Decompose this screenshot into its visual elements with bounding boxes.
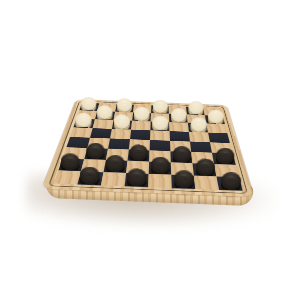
white-piece[interactable]: ⛀ (190, 117, 207, 132)
black-piece[interactable]: ⛂ (86, 142, 105, 159)
black-piece[interactable]: ⛂ (79, 166, 100, 184)
square-e5[interactable] (150, 130, 170, 140)
square-d1[interactable]: ⛂ (125, 173, 149, 187)
black-piece[interactable]: ⛂ (150, 156, 170, 174)
square-c2[interactable]: ⛂ (104, 160, 128, 173)
white-piece[interactable]: ⛀ (75, 113, 92, 128)
square-g1[interactable] (194, 176, 219, 190)
square-b1[interactable]: ⛂ (77, 171, 103, 185)
white-piece[interactable]: ⛀ (152, 99, 168, 113)
white-piece[interactable]: ⛀ (188, 101, 204, 115)
black-piece[interactable]: ⛂ (172, 146, 191, 163)
white-piece[interactable]: ⛀ (208, 109, 224, 123)
black-piece[interactable]: ⛂ (216, 147, 235, 164)
square-h1[interactable]: ⛂ (216, 176, 242, 190)
square-g2[interactable]: ⛂ (192, 163, 216, 176)
black-piece[interactable]: ⛂ (126, 168, 147, 186)
black-piece[interactable]: ⛂ (196, 158, 216, 176)
black-piece[interactable]: ⛂ (221, 172, 242, 190)
square-h5[interactable] (208, 133, 230, 143)
square-c6[interactable]: ⛀ (112, 120, 132, 130)
square-d3[interactable]: ⛂ (128, 150, 150, 162)
black-piece[interactable]: ⛂ (105, 155, 125, 173)
square-c4[interactable] (108, 138, 130, 149)
white-piece[interactable]: ⛀ (117, 98, 133, 112)
square-e2[interactable]: ⛂ (149, 162, 172, 175)
square-b5[interactable] (90, 128, 112, 138)
white-piece[interactable]: ⛀ (81, 97, 97, 111)
square-f3[interactable]: ⛂ (170, 151, 192, 163)
board-grid: ⛀⛀⛀⛀⛀⛀⛀⛀⛀⛀⛀⛀⛂⛂⛂⛂⛂⛂⛂⛂⛂⛂⛂⛂ (54, 103, 243, 191)
white-piece[interactable]: ⛀ (171, 108, 187, 122)
scene: ⛀⛀⛀⛀⛀⛀⛀⛀⛀⛀⛀⛀⛂⛂⛂⛂⛂⛂⛂⛂⛂⛂⛂⛂ (0, 0, 300, 300)
white-piece[interactable]: ⛀ (152, 116, 169, 131)
white-piece[interactable]: ⛀ (97, 105, 113, 119)
black-piece[interactable]: ⛂ (129, 144, 148, 161)
checkers-board: ⛀⛀⛀⛀⛀⛀⛀⛀⛀⛀⛀⛀⛂⛂⛂⛂⛂⛂⛂⛂⛂⛂⛂⛂ (42, 100, 254, 197)
photo-background: ⛀⛀⛀⛀⛀⛀⛀⛀⛀⛀⛀⛀⛂⛂⛂⛂⛂⛂⛂⛂⛂⛂⛂⛂ (0, 0, 300, 300)
square-f1[interactable]: ⛂ (171, 175, 195, 189)
square-b3[interactable]: ⛂ (84, 148, 108, 160)
square-d5[interactable] (130, 130, 150, 140)
square-f5[interactable] (170, 131, 190, 141)
square-c1[interactable] (101, 172, 126, 186)
black-piece[interactable]: ⛂ (174, 170, 195, 188)
white-piece[interactable]: ⛀ (113, 114, 130, 129)
black-piece[interactable]: ⛂ (60, 153, 80, 171)
square-a1[interactable] (54, 170, 81, 184)
white-piece[interactable]: ⛀ (134, 106, 150, 120)
square-e1[interactable] (148, 174, 172, 188)
square-h3[interactable]: ⛂ (212, 153, 236, 165)
square-e4[interactable] (150, 140, 171, 151)
